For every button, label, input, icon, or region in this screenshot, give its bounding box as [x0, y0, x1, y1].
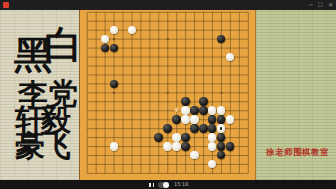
black-stone: [181, 133, 189, 141]
white-stone: [217, 106, 225, 114]
black-stone: [154, 133, 162, 141]
window-close-button[interactable]: ✕: [328, 0, 333, 10]
black-stone: [190, 106, 198, 114]
white-stone: [190, 115, 198, 123]
black-stone: [110, 44, 118, 52]
video-frame: ─ ☐ ✕ 黑 白 李 党 轩 毅 豪 飞 + 徐老师围棋教室 15:18: [0, 0, 336, 189]
white-stone: [217, 124, 225, 132]
white-stone: [208, 160, 216, 168]
white-stone: [110, 142, 118, 150]
black-stone: [172, 115, 180, 123]
black-stone: [101, 44, 109, 52]
toggle-knob[interactable]: [163, 182, 169, 188]
watermark-panel: 徐老师围棋教室: [256, 10, 336, 180]
black-stone: [199, 124, 207, 132]
white-player-label: 白: [44, 26, 82, 64]
board-stones-grid: +: [83, 8, 253, 178]
black-stone: [190, 124, 198, 132]
black-stone: [199, 106, 207, 114]
black-stone: [181, 142, 189, 150]
black-stone: [110, 80, 118, 88]
time-label: 15:18: [174, 182, 188, 187]
white-stone: [208, 106, 216, 114]
black-stone: [217, 35, 225, 43]
white-stone: [226, 115, 234, 123]
cross-marker-icon: +: [174, 107, 180, 114]
black-stone: [163, 124, 171, 132]
white-stone: [163, 142, 171, 150]
players-panel: 黑 白 李 党 轩 毅 豪 飞: [0, 10, 79, 180]
white-stone: [110, 26, 118, 34]
playback-toggle[interactable]: [158, 182, 169, 188]
white-stone: [190, 151, 198, 159]
watermark-text: 徐老师围棋教室: [266, 147, 329, 159]
black-stone: [208, 124, 216, 132]
pause-button[interactable]: [149, 183, 154, 188]
go-board[interactable]: +: [79, 10, 256, 180]
black-stone: [217, 151, 225, 159]
white-stone: [172, 133, 180, 141]
last-move-dot: [220, 127, 222, 129]
black-stone: [217, 142, 225, 150]
white-stone: [208, 142, 216, 150]
white-stone: [101, 35, 109, 43]
window-minimize-button[interactable]: ─: [309, 0, 313, 10]
black-stone: [217, 115, 225, 123]
playback-bar: 15:18: [0, 180, 336, 189]
white-stone: [181, 106, 189, 114]
black-stone: [226, 142, 234, 150]
black-stone: [181, 97, 189, 105]
black-stone: [217, 133, 225, 141]
white-stone: [128, 26, 136, 34]
black-stone: [199, 97, 207, 105]
white-player-name-char-3: 飞: [41, 131, 71, 161]
window-maximize-button[interactable]: ☐: [318, 0, 323, 10]
white-stone: [226, 53, 234, 61]
black-stone: [208, 115, 216, 123]
white-stone: [208, 133, 216, 141]
white-stone: [181, 115, 189, 123]
app-icon: [3, 2, 9, 8]
white-stone: [172, 142, 180, 150]
window-controls: ─ ☐ ✕: [309, 0, 333, 10]
